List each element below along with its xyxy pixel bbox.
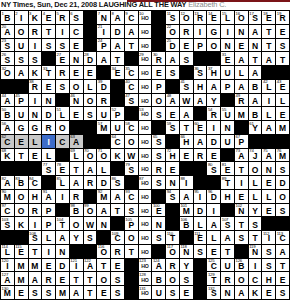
grid-cell-r18c4[interactable]: I: [42, 245, 55, 258]
grid-cell-r4c19[interactable]: T: [249, 52, 262, 65]
grid-cell-r17c15[interactable]: 111E: [194, 231, 207, 244]
grid-cell-r11c8[interactable]: 71O: [97, 149, 110, 162]
grid-cell-r1c9[interactable]: 8A: [111, 11, 124, 24]
grid-cell-r9c1[interactable]: 56A: [1, 121, 14, 134]
grid-cell-r17c5[interactable]: A: [56, 231, 69, 244]
grid-cell-r3c14[interactable]: E: [180, 39, 193, 52]
grid-cell-r12c20[interactable]: N: [262, 162, 275, 175]
grid-cell-r11c9[interactable]: K: [111, 149, 124, 162]
grid-cell-r7c14[interactable]: W: [180, 94, 193, 107]
grid-cell-r4c3[interactable]: S: [29, 52, 42, 65]
grid-cell-r6c20[interactable]: 42L: [262, 80, 275, 93]
grid-cell-r18c19[interactable]: 119N: [249, 245, 262, 258]
grid-cell-r19c16[interactable]: 125C: [207, 259, 220, 272]
grid-cell-r20c19[interactable]: C: [249, 272, 262, 285]
grid-cell-r19c20[interactable]: S: [262, 259, 275, 272]
grid-cell-r14c18[interactable]: E: [235, 190, 248, 203]
grid-cell-r5c16[interactable]: 37H: [207, 66, 220, 79]
grid-cell-r13c17[interactable]: 89T: [221, 176, 234, 189]
grid-cell-r15c6[interactable]: 98B: [70, 204, 83, 217]
grid-cell-r9c15[interactable]: 60E: [194, 121, 207, 134]
grid-cell-r20c8[interactable]: O: [97, 272, 110, 285]
grid-cell-r3c2[interactable]: U: [15, 39, 28, 52]
grid-cell-r5c19[interactable]: A: [249, 66, 262, 79]
grid-cell-r10c5[interactable]: C: [56, 135, 69, 148]
grid-cell-r21c19[interactable]: K: [249, 286, 262, 299]
grid-cell-r4c14[interactable]: S: [180, 52, 193, 65]
grid-cell-r10c9[interactable]: 64C: [111, 135, 124, 148]
grid-cell-r16c11[interactable]: HO: [139, 217, 152, 230]
grid-cell-r3c4[interactable]: S: [42, 39, 55, 52]
grid-cell-r6c10[interactable]: 40C: [125, 80, 138, 93]
grid-cell-r10c16[interactable]: D: [207, 135, 220, 148]
grid-cell-r13c9[interactable]: 86S: [111, 176, 124, 189]
grid-cell-r6c15[interactable]: H: [194, 80, 207, 93]
grid-cell-r19c18[interactable]: 126B: [235, 259, 248, 272]
grid-cell-r11c2[interactable]: T: [15, 149, 28, 162]
grid-cell-r9c8[interactable]: 57M: [97, 121, 110, 134]
grid-cell-r17c3[interactable]: 108S: [29, 231, 42, 244]
grid-cell-r20c17[interactable]: R: [221, 272, 234, 285]
grid-cell-r12c6[interactable]: T: [70, 162, 83, 175]
grid-cell-r12c5[interactable]: 78E: [56, 162, 69, 175]
grid-cell-r21c14[interactable]: E: [180, 286, 193, 299]
grid-cell-r21c13[interactable]: S: [166, 286, 179, 299]
grid-cell-r2c15[interactable]: I: [194, 25, 207, 38]
grid-cell-r2c14[interactable]: R: [180, 25, 193, 38]
grid-cell-r14c10[interactable]: 93C: [125, 190, 138, 203]
grid-cell-r19c1[interactable]: 120I: [1, 259, 14, 272]
grid-cell-r14c9[interactable]: A: [111, 190, 124, 203]
grid-cell-r2c18[interactable]: N: [235, 25, 248, 38]
grid-cell-r2c1[interactable]: 20A: [1, 25, 14, 38]
grid-cell-r19c8[interactable]: T: [97, 259, 110, 272]
grid-cell-r7c15[interactable]: A: [194, 94, 207, 107]
grid-cell-r14c20[interactable]: L: [262, 190, 275, 203]
grid-cell-r6c4[interactable]: E: [42, 80, 55, 93]
grid-cell-r8c6[interactable]: E: [70, 107, 83, 120]
grid-cell-r20c16[interactable]: 129T: [207, 272, 220, 285]
grid-cell-r14c1[interactable]: 90M: [1, 190, 14, 203]
grid-cell-r16c19[interactable]: S: [249, 217, 262, 230]
grid-cell-r11c11[interactable]: HO: [139, 149, 152, 162]
grid-cell-r16c1[interactable]: 103S: [1, 217, 14, 230]
grid-cell-r14c15[interactable]: 95I: [194, 190, 207, 203]
grid-cell-r5c10[interactable]: 35C: [125, 66, 138, 79]
grid-cell-r21c9[interactable]: S: [111, 286, 124, 299]
grid-cell-r7c21[interactable]: L: [276, 94, 289, 107]
grid-cell-r1c15[interactable]: 13R: [194, 11, 207, 24]
grid-cell-r1c10[interactable]: 9C: [125, 11, 138, 24]
grid-cell-r5c7[interactable]: E: [84, 66, 97, 79]
grid-cell-r6c18[interactable]: A: [235, 80, 248, 93]
grid-cell-r10c12[interactable]: 65S: [152, 135, 165, 148]
grid-cell-r3c16[interactable]: O: [207, 39, 220, 52]
grid-cell-r18c16[interactable]: E: [207, 245, 220, 258]
grid-cell-r11c3[interactable]: E: [29, 149, 42, 162]
grid-cell-r8c18[interactable]: M: [235, 107, 248, 120]
grid-cell-r7c1[interactable]: 44A: [1, 94, 14, 107]
grid-cell-r12c18[interactable]: T: [235, 162, 248, 175]
grid-cell-r14c19[interactable]: L: [249, 190, 262, 203]
grid-cell-r13c7[interactable]: R: [84, 176, 97, 189]
grid-cell-r7c20[interactable]: I: [262, 94, 275, 107]
grid-cell-r2c20[interactable]: T: [262, 25, 275, 38]
grid-cell-r2c8[interactable]: 21I: [97, 25, 110, 38]
grid-cell-r11c10[interactable]: W: [125, 149, 138, 162]
grid-cell-r11c6[interactable]: 69L: [70, 149, 83, 162]
grid-cell-r16c12[interactable]: N: [152, 217, 165, 230]
grid-cell-r17c9[interactable]: 109C: [111, 231, 124, 244]
grid-cell-r3c5[interactable]: S: [56, 39, 69, 52]
grid-cell-r10c1[interactable]: 62C: [1, 135, 14, 148]
grid-cell-r10c10[interactable]: O: [125, 135, 138, 148]
grid-cell-r17c12[interactable]: S: [152, 231, 165, 244]
grid-cell-r14c8[interactable]: 92M: [97, 190, 110, 203]
grid-cell-r21c2[interactable]: E: [15, 286, 28, 299]
grid-cell-r3c15[interactable]: P: [194, 39, 207, 52]
grid-cell-r13c20[interactable]: E: [262, 176, 275, 189]
grid-cell-r19c6[interactable]: 121I: [70, 259, 83, 272]
grid-cell-r19c21[interactable]: T: [276, 259, 289, 272]
grid-cell-r20c13[interactable]: O: [166, 272, 179, 285]
grid-cell-r6c6[interactable]: O: [70, 80, 83, 93]
grid-cell-r2c6[interactable]: C: [70, 25, 83, 38]
grid-cell-r15c2[interactable]: O: [15, 204, 28, 217]
grid-cell-r6c17[interactable]: P: [221, 80, 234, 93]
grid-cell-r5c2[interactable]: A: [15, 66, 28, 79]
grid-cell-r6c16[interactable]: A: [207, 80, 220, 93]
grid-cell-r14c5[interactable]: I: [56, 190, 69, 203]
grid-cell-r20c12[interactable]: B: [152, 272, 165, 285]
grid-cell-r7c18[interactable]: 49R: [235, 94, 248, 107]
grid-cell-r9c13[interactable]: 59S: [166, 121, 179, 134]
grid-cell-r9c21[interactable]: M: [276, 121, 289, 134]
grid-cell-r16c2[interactable]: K: [15, 217, 28, 230]
grid-cell-r5c3[interactable]: K: [29, 66, 42, 79]
grid-cell-r12c10[interactable]: 79S: [125, 162, 138, 175]
grid-cell-r9c3[interactable]: G: [29, 121, 42, 134]
grid-cell-r18c11[interactable]: HO: [139, 245, 152, 258]
grid-cell-r3c10[interactable]: T: [125, 39, 138, 52]
grid-cell-r3c17[interactable]: N: [221, 39, 234, 52]
grid-cell-r3c13[interactable]: 25D: [166, 39, 179, 52]
grid-cell-r17c13[interactable]: 110T: [166, 231, 179, 244]
grid-cell-r1c4[interactable]: 4E: [42, 11, 55, 24]
grid-cell-r11c18[interactable]: 73A: [235, 149, 248, 162]
grid-cell-r1c16[interactable]: 14E: [207, 11, 220, 24]
grid-cell-r5c11[interactable]: HO: [139, 66, 152, 79]
grid-cell-r19c2[interactable]: M: [15, 259, 28, 272]
grid-cell-r1c14[interactable]: 12O: [180, 11, 193, 24]
grid-cell-r6c7[interactable]: L: [84, 80, 97, 93]
grid-cell-r4c12[interactable]: 30R: [152, 52, 165, 65]
grid-cell-r8c16[interactable]: 54R: [207, 107, 220, 120]
grid-cell-r2c17[interactable]: I: [221, 25, 234, 38]
grid-cell-r2c10[interactable]: A: [125, 25, 138, 38]
grid-cell-r8c11[interactable]: 53HO: [139, 107, 152, 120]
grid-cell-r19c19[interactable]: I: [249, 259, 262, 272]
grid-cell-r1c1[interactable]: 1B: [1, 11, 14, 24]
grid-cell-r9c17[interactable]: N: [221, 121, 234, 134]
grid-cell-r9c20[interactable]: A: [262, 121, 275, 134]
grid-cell-r12c17[interactable]: 81E: [221, 162, 234, 175]
grid-cell-r17c17[interactable]: A: [221, 231, 234, 244]
grid-cell-r20c7[interactable]: T: [84, 272, 97, 285]
grid-cell-r17c21[interactable]: 113C: [276, 231, 289, 244]
grid-cell-r1c17[interactable]: 15L: [221, 11, 234, 24]
grid-cell-r12c12[interactable]: R: [152, 162, 165, 175]
grid-cell-r18c1[interactable]: 114L: [1, 245, 14, 258]
grid-cell-r18c17[interactable]: T: [221, 245, 234, 258]
grid-cell-r20c18[interactable]: O: [235, 272, 248, 285]
grid-cell-r10c4[interactable]: I: [42, 135, 55, 148]
grid-cell-r16c5[interactable]: 104T: [56, 217, 69, 230]
grid-cell-r20c11[interactable]: 128HO: [139, 272, 152, 285]
grid-cell-r14c2[interactable]: O: [15, 190, 28, 203]
grid-cell-r2c11[interactable]: HO: [139, 25, 152, 38]
grid-cell-r14c21[interactable]: O: [276, 190, 289, 203]
grid-cell-r8c17[interactable]: 55U: [221, 107, 234, 120]
grid-cell-r5c4[interactable]: 33T: [42, 66, 55, 79]
grid-cell-r21c5[interactable]: M: [56, 286, 69, 299]
grid-cell-r21c3[interactable]: S: [29, 286, 42, 299]
grid-cell-r20c4[interactable]: R: [42, 272, 55, 285]
grid-cell-r4c2[interactable]: S: [15, 52, 28, 65]
grid-cell-r4c5[interactable]: 27E: [56, 52, 69, 65]
grid-cell-r19c14[interactable]: Y: [180, 259, 193, 272]
grid-cell-r21c12[interactable]: U: [152, 286, 165, 299]
grid-cell-r13c19[interactable]: L: [249, 176, 262, 189]
grid-cell-r13c13[interactable]: N: [166, 176, 179, 189]
grid-cell-r14c4[interactable]: 91A: [42, 190, 55, 203]
grid-cell-r21c6[interactable]: A: [70, 286, 83, 299]
grid-cell-r5c12[interactable]: E: [152, 66, 165, 79]
grid-cell-r3c9[interactable]: A: [111, 39, 124, 52]
grid-cell-r1c18[interactable]: 16O: [235, 11, 248, 24]
grid-cell-r18c13[interactable]: 117O: [166, 245, 179, 258]
grid-cell-r1c5[interactable]: 5R: [56, 11, 69, 24]
grid-cell-r13c1[interactable]: 82A: [1, 176, 14, 189]
grid-cell-r19c4[interactable]: E: [42, 259, 55, 272]
grid-cell-r15c19[interactable]: Y: [249, 204, 262, 217]
grid-cell-r3c6[interactable]: E: [70, 39, 83, 52]
grid-cell-r7c2[interactable]: 45P: [15, 94, 28, 107]
grid-cell-r4c11[interactable]: 29HO: [139, 52, 152, 65]
grid-cell-r9c4[interactable]: R: [42, 121, 55, 134]
grid-cell-r9c9[interactable]: U: [111, 121, 124, 134]
grid-cell-r21c1[interactable]: 130M: [1, 286, 14, 299]
grid-cell-r3c11[interactable]: HO: [139, 39, 152, 52]
grid-cell-r11c20[interactable]: 75A: [262, 149, 275, 162]
grid-cell-r18c2[interactable]: 115E: [15, 245, 28, 258]
grid-cell-r10c14[interactable]: 66H: [180, 135, 193, 148]
grid-cell-r8c9[interactable]: 52P: [111, 107, 124, 120]
grid-cell-r6c3[interactable]: 38R: [29, 80, 42, 93]
grid-cell-r13c12[interactable]: S: [152, 176, 165, 189]
grid-cell-r3c3[interactable]: I: [29, 39, 42, 52]
grid-cell-r5c5[interactable]: R: [56, 66, 69, 79]
grid-cell-r16c15[interactable]: L: [194, 217, 207, 230]
grid-cell-r19c3[interactable]: M: [29, 259, 42, 272]
grid-cell-r20c3[interactable]: A: [29, 272, 42, 285]
grid-cell-r15c1[interactable]: 97C: [1, 204, 14, 217]
grid-cell-r7c16[interactable]: Y: [207, 94, 220, 107]
grid-cell-r21c11[interactable]: 131HO: [139, 286, 152, 299]
grid-cell-r21c8[interactable]: E: [97, 286, 110, 299]
grid-cell-r12c21[interactable]: S: [276, 162, 289, 175]
grid-cell-r7c12[interactable]: O: [152, 94, 165, 107]
grid-cell-r5c18[interactable]: L: [235, 66, 248, 79]
grid-cell-r3c20[interactable]: T: [262, 39, 275, 52]
grid-cell-r2c2[interactable]: O: [15, 25, 28, 38]
grid-cell-r4c7[interactable]: 28D: [84, 52, 97, 65]
grid-cell-r5c17[interactable]: U: [221, 66, 234, 79]
grid-cell-r12c19[interactable]: O: [249, 162, 262, 175]
grid-cell-r2c19[interactable]: A: [249, 25, 262, 38]
grid-cell-r6c12[interactable]: P: [152, 80, 165, 93]
grid-cell-r15c4[interactable]: P: [42, 204, 55, 217]
grid-cell-r1c20[interactable]: 18E: [262, 11, 275, 24]
grid-cell-r12c7[interactable]: A: [84, 162, 97, 175]
grid-cell-r9c14[interactable]: T: [180, 121, 193, 134]
grid-cell-r4c8[interactable]: A: [97, 52, 110, 65]
grid-cell-r3c1[interactable]: 23S: [1, 39, 14, 52]
grid-cell-r1c2[interactable]: 2I: [15, 11, 28, 24]
grid-cell-r16c8[interactable]: N: [97, 217, 110, 230]
grid-cell-r8c2[interactable]: U: [15, 107, 28, 120]
grid-cell-r17c4[interactable]: L: [42, 231, 55, 244]
grid-cell-r19c17[interactable]: U: [221, 259, 234, 272]
grid-cell-r9c11[interactable]: HO: [139, 121, 152, 134]
grid-cell-r19c12[interactable]: 124A: [152, 259, 165, 272]
grid-cell-r9c16[interactable]: I: [207, 121, 220, 134]
grid-cell-r14c6[interactable]: R: [70, 190, 83, 203]
grid-cell-r17c11[interactable]: HO: [139, 231, 152, 244]
grid-cell-r6c14[interactable]: 41S: [180, 80, 193, 93]
grid-cell-r16c18[interactable]: T: [235, 217, 248, 230]
grid-cell-r19c13[interactable]: R: [166, 259, 179, 272]
grid-cell-r4c20[interactable]: A: [262, 52, 275, 65]
grid-cell-r13c6[interactable]: A: [70, 176, 83, 189]
grid-cell-r9c10[interactable]: 58C: [125, 121, 138, 134]
grid-cell-r16c7[interactable]: W: [84, 217, 97, 230]
grid-cell-r4c1[interactable]: 26S: [1, 52, 14, 65]
grid-cell-r5c15[interactable]: 36S: [194, 66, 207, 79]
grid-cell-r11c1[interactable]: 68K: [1, 149, 14, 162]
grid-cell-r2c4[interactable]: T: [42, 25, 55, 38]
grid-cell-r18c5[interactable]: N: [56, 245, 69, 258]
grid-cell-r6c11[interactable]: HO: [139, 80, 152, 93]
grid-cell-r7c7[interactable]: O: [84, 94, 97, 107]
grid-cell-r20c20[interactable]: H: [262, 272, 275, 285]
grid-cell-r11c13[interactable]: 72H: [166, 149, 179, 162]
grid-cell-r19c11[interactable]: 123HO: [139, 259, 152, 272]
grid-cell-r15c9[interactable]: T: [111, 204, 124, 217]
grid-cell-r14c14[interactable]: A: [180, 190, 193, 203]
grid-cell-r2c21[interactable]: E: [276, 25, 289, 38]
grid-cell-r19c7[interactable]: 122A: [84, 259, 97, 272]
grid-cell-r8c1[interactable]: 50B: [1, 107, 14, 120]
grid-cell-r16c17[interactable]: 107S: [221, 217, 234, 230]
grid-cell-r8c4[interactable]: D: [42, 107, 55, 120]
grid-cell-r3c8[interactable]: 24P: [97, 39, 110, 52]
grid-cell-r13c11[interactable]: 87HO: [139, 176, 152, 189]
grid-cell-r2c13[interactable]: 22O: [166, 25, 179, 38]
grid-cell-r2c9[interactable]: D: [111, 25, 124, 38]
grid-cell-r15c11[interactable]: HO: [139, 204, 152, 217]
grid-cell-r15c14[interactable]: 101M: [180, 204, 193, 217]
grid-cell-r16c14[interactable]: 106B: [180, 217, 193, 230]
grid-cell-r1c13[interactable]: 11S: [166, 11, 179, 24]
grid-cell-r20c5[interactable]: E: [56, 272, 69, 285]
grid-cell-r18c9[interactable]: R: [111, 245, 124, 258]
grid-cell-r2c5[interactable]: I: [56, 25, 69, 38]
grid-cell-r11c4[interactable]: L: [42, 149, 55, 162]
grid-cell-r1c11[interactable]: 10HO: [139, 11, 152, 24]
grid-cell-r1c8[interactable]: 7N: [97, 11, 110, 24]
grid-cell-r10c17[interactable]: U: [221, 135, 234, 148]
grid-cell-r18c20[interactable]: S: [262, 245, 275, 258]
grid-cell-r4c6[interactable]: N: [70, 52, 83, 65]
grid-cell-r1c21[interactable]: 19R: [276, 11, 289, 24]
grid-cell-r21c16[interactable]: 132S: [207, 286, 220, 299]
grid-cell-r7c13[interactable]: 48A: [166, 94, 179, 107]
grid-cell-r19c9[interactable]: E: [111, 259, 124, 272]
grid-cell-r16c16[interactable]: A: [207, 217, 220, 230]
grid-cell-r8c12[interactable]: S: [152, 107, 165, 120]
grid-cell-r7c19[interactable]: A: [249, 94, 262, 107]
grid-cell-r21c18[interactable]: A: [235, 286, 248, 299]
grid-cell-r14c3[interactable]: H: [29, 190, 42, 203]
grid-cell-r15c20[interactable]: E: [262, 204, 275, 217]
grid-cell-r15c12[interactable]: 100E: [152, 204, 165, 217]
grid-cell-r5c1[interactable]: 32O: [1, 66, 14, 79]
grid-cell-r20c14[interactable]: S: [180, 272, 193, 285]
grid-cell-r9c19[interactable]: 61Y: [249, 121, 262, 134]
grid-cell-r11c7[interactable]: 70O: [84, 149, 97, 162]
grid-cell-r12c8[interactable]: L: [97, 162, 110, 175]
grid-cell-r18c14[interactable]: 118N: [180, 245, 193, 258]
grid-cell-r3c21[interactable]: S: [276, 39, 289, 52]
grid-cell-r9c2[interactable]: G: [15, 121, 28, 134]
grid-cell-r20c9[interactable]: S: [111, 272, 124, 285]
grid-cell-r15c18[interactable]: 102N: [235, 204, 248, 217]
grid-cell-r13c8[interactable]: D: [97, 176, 110, 189]
grid-cell-r11c14[interactable]: E: [180, 149, 193, 162]
grid-cell-r18c3[interactable]: T: [29, 245, 42, 258]
grid-cell-r11c12[interactable]: S: [152, 149, 165, 162]
grid-cell-r4c18[interactable]: A: [235, 52, 248, 65]
grid-cell-r18c10[interactable]: T: [125, 245, 138, 258]
grid-cell-r6c8[interactable]: 39D: [97, 80, 110, 93]
grid-cell-r8c3[interactable]: N: [29, 107, 42, 120]
grid-cell-r4c21[interactable]: T: [276, 52, 289, 65]
grid-cell-r17c20[interactable]: 112I: [262, 231, 275, 244]
grid-cell-r20c6[interactable]: T: [70, 272, 83, 285]
grid-cell-r1c6[interactable]: 6S: [70, 11, 83, 24]
grid-cell-r10c6[interactable]: 63A: [70, 135, 83, 148]
grid-cell-r14c16[interactable]: 96D: [207, 190, 220, 203]
grid-cell-r15c15[interactable]: D: [194, 204, 207, 217]
grid-cell-r21c21[interactable]: S: [276, 286, 289, 299]
grid-cell-r12c4[interactable]: 77S: [42, 162, 55, 175]
grid-cell-r15c16[interactable]: I: [207, 204, 220, 217]
grid-cell-r8c8[interactable]: U: [97, 107, 110, 120]
grid-cell-r10c11[interactable]: HO: [139, 135, 152, 148]
grid-cell-r14c11[interactable]: HO: [139, 190, 152, 203]
grid-cell-r13c18[interactable]: I: [235, 176, 248, 189]
